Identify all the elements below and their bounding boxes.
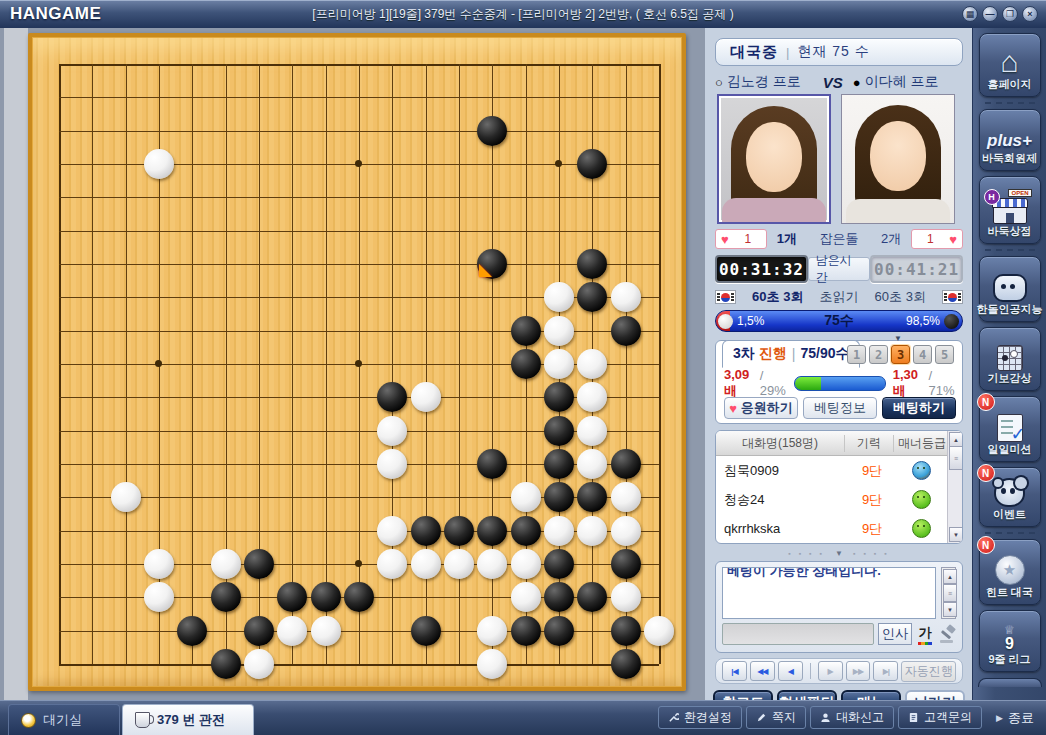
robot-icon [993,274,1027,302]
scroll-up-icon[interactable]: ▲ [949,432,963,447]
spectator-row[interactable]: 청송249단 [716,485,962,514]
white-stone [411,382,441,412]
black-stone [477,249,507,279]
grid-menu-icon[interactable]: ▦ [962,6,978,22]
winrate-bar: 1,5% 75수 98,5% [715,310,963,332]
board-grid [32,37,682,687]
lobby-tab[interactable]: 대기실 [8,704,120,735]
home-icon: ⌂ [1000,47,1018,77]
black-stone [544,616,574,646]
betting-buttons: ♥ 응원하기 베팅정보 베팅하기 [724,397,956,419]
black-stone [344,582,374,612]
black-stone [611,449,641,479]
playback-last-button[interactable]: ▶| [873,661,898,681]
white-stone [544,349,574,379]
chat-input[interactable] [722,623,874,645]
chat-box: 베팅이 가능한 상태입니다. ▲ ≡ ▼ 인사 가 [715,561,963,653]
vs-label: VS [823,74,843,91]
white-stone [577,416,607,446]
black-stone [411,516,441,546]
black-stone [611,616,641,646]
message-button[interactable]: 쪽지 [746,706,806,729]
star-point [555,160,562,167]
current-move-label: 현재 75 수 [797,43,869,61]
black-stone [577,149,607,179]
byoyomi-label: 초읽기 [820,288,859,306]
status-label: 대국중 [730,43,778,62]
wrench-icon [668,712,679,723]
spectator-rank: 9단 [848,462,896,480]
heart-icon: ♥ [729,402,737,415]
green-smiley-icon [912,490,931,509]
document-icon [908,712,919,723]
time-label: 남은시간 [808,257,870,281]
spectator-list: 대화명(158명) 기력 매너등급 침묵09099단청송249단qkrrhksk… [715,430,963,544]
report-chat-button[interactable]: 대화신고 [810,706,894,729]
chat-scrollbar[interactable]: ▲ ≡ ▼ [941,567,956,619]
black-stone [311,582,341,612]
list-scrollbar[interactable]: ▲ ≡ ▼ [947,431,962,543]
spectator-rows: 침묵09099단청송249단qkrrhkska9단49도 유탄방9단 [716,456,962,544]
black-stone [511,349,541,379]
black-player-photo [841,94,955,224]
black-stone [577,482,607,512]
black-stone [544,449,574,479]
white-stone [477,649,507,679]
rail-9x9-league-button[interactable]: ♕ 9 9줄 리그 [979,610,1041,672]
white-share-segment [795,377,821,390]
white-stone [577,382,607,412]
match-status-header: 대국중 | 현재 75 수 [715,38,963,66]
white-heart-counter[interactable]: ♥ 1 [715,229,767,249]
board-pane [0,28,705,700]
korea-flag-icon [942,290,963,304]
cheer-button[interactable]: ♥ 응원하기 [724,397,798,419]
league-9-icon: ♕ 9 [1004,624,1015,652]
greeting-button[interactable]: 인사 [878,623,912,645]
collapse-arrow-icon: ▼ [835,549,843,558]
rail-membership-button[interactable]: plus+ 바둑회원제 [979,109,1041,171]
panel-collapse-handle[interactable]: ▪ ▪ ▪ ▪ ▼ ▪ ▪ ▪ ▪ [739,548,939,559]
playback-controls: |◀◀◀◀▶▶▶▶|자동진행 [715,658,963,684]
byoyomi-row: 60초 3회 초읽기 60초 3회 [715,288,963,306]
rail-daily-mission-button[interactable]: N ✓ 일일미션 [979,396,1041,462]
captures-row: ♥ 1 1개 잡은돌 2개 1 ♥ [715,228,963,250]
go-record-icon [997,345,1023,371]
blue-smiley-icon [912,461,931,480]
round-button-5[interactable]: 5 [935,345,954,364]
black-stone-icon: ● [853,75,861,90]
spectator-row[interactable]: 침묵09099단 [716,456,962,485]
white-clock: 00:31:32 [715,255,808,283]
white-stone-icon: ○ [715,75,723,90]
title-bar: HANGAME [프리미어방 1][19줄] 379번 수순중계 - [프리미어… [0,0,1046,28]
black-stone [211,649,241,679]
black-stone [611,649,641,679]
col-username[interactable]: 대화명(158명) [716,435,845,452]
white-stone [211,549,241,579]
heart-icon: ♥ [949,233,957,246]
white-stone [544,516,574,546]
white-stone [577,516,607,546]
scroll-thumb[interactable]: ≡ [943,584,957,602]
black-stone [611,316,641,346]
crystal-ball-icon: ★ [995,555,1025,585]
black-odds: 1,30배 [893,367,925,400]
white-odds: 3,09배 [724,367,756,400]
round-buttons: 12345 [847,345,954,364]
black-stone [544,416,574,446]
round-button-4[interactable]: 4 [913,345,932,364]
white-player-name: 김노경 프로 [727,73,801,91]
white-stone [511,482,541,512]
black-stone [544,582,574,612]
new-badge: N [977,464,995,482]
black-byoyomi: 60초 3회 [875,288,926,306]
round-button-3[interactable]: 3 [891,345,910,364]
player-names-row: ○ 김노경 프로 VS ● 이다혜 프로 [715,72,963,92]
white-stone [111,482,141,512]
rail-event-button[interactable]: N 이벤트 [979,467,1041,527]
betting-box: 3차 진행 | 75/90수 ▼ 12345 3,09배 / 29% 1,30배… [715,340,963,424]
white-stone [144,549,174,579]
h-badge: H [984,189,1000,205]
white-stone [277,616,307,646]
betting-info-button[interactable]: 베팅정보 [803,397,877,419]
white-stone [477,549,507,579]
white-stone [611,582,641,612]
black-stone [577,582,607,612]
white-heart-count: 1 [735,232,761,246]
minimize-icon[interactable]: — [982,6,998,22]
round-progress: 75/90수 [800,345,849,363]
white-stone [144,582,174,612]
white-stone [611,282,641,312]
close-icon[interactable]: × [1022,6,1038,22]
white-stone [311,616,341,646]
playback-fast-back-button[interactable]: ◀◀ [750,661,775,681]
black-stone [577,249,607,279]
collapse-arrow-icon[interactable]: ▼ [894,334,902,343]
white-stone [511,549,541,579]
round-status: 진행 [759,345,787,363]
col-rank[interactable]: 기력 [845,435,894,452]
black-stone [511,616,541,646]
rail-homepage-button[interactable]: ⌂ 홈페이지 [979,33,1041,97]
white-share: 29% [760,383,786,398]
black-stone [577,282,607,312]
chat-message: 베팅이 가능한 상태입니다. [727,567,935,580]
customer-support-button[interactable]: 고객문의 [898,706,982,729]
white-stone [544,282,574,312]
star-point [355,560,362,567]
chat-input-row: 인사 가 [722,622,958,646]
auto-play-button[interactable]: 자동진행 [901,661,956,682]
scroll-thumb[interactable]: ≡ [949,446,963,470]
green-smiley-icon [912,519,931,538]
rail-shop-button[interactable]: OPEN H 바둑상점 [979,176,1041,244]
odds-row: 3,09배 / 29% 1,30배 / 71% [724,373,956,393]
arrow-right-icon: ▶ [996,713,1003,723]
black-captured-count: 2개 [881,230,901,248]
new-badge: N [977,393,995,411]
game-info-panel: 대국중 | 현재 75 수 ○ 김노경 프로 VS ● 이다혜 프로 [705,28,972,700]
place-bet-button[interactable]: 베팅하기 [882,397,956,419]
exit-button[interactable]: ▶ 종료 [996,709,1034,727]
korea-flag-icon [715,290,736,304]
white-stone [511,582,541,612]
black-stone [211,582,241,612]
white-winrate: 1,5% [737,314,764,328]
black-heart-count: 1 [917,232,943,246]
white-stone [411,549,441,579]
white-stone [611,516,641,546]
spectator-rank: 9단 [848,520,896,538]
pencil-icon [756,712,767,723]
white-byoyomi: 60초 3회 [752,288,803,306]
black-stone [477,516,507,546]
service-rail: ⌂ 홈페이지 plus+ 바둑회원제 OPEN H 바둑상점 한돌인공지능 [972,28,1046,700]
star-point [155,360,162,367]
black-stone [477,449,507,479]
clocks-row: 00:31:32 남은시간 00:41:21 [715,254,963,284]
star-point [355,360,362,367]
plus-logo: plus+ [987,131,1032,151]
spectator-name: 침묵0909 [716,462,848,480]
shop-icon: OPEN H [993,198,1027,224]
spectator-row[interactable]: 49도 유탄방9단 [716,543,962,544]
black-stone [444,516,474,546]
scroll-down-icon[interactable]: ▼ [949,527,963,542]
black-stone [244,616,274,646]
new-badge: N [977,536,995,554]
main-content: 대국중 | 현재 75 수 ○ 김노경 프로 VS ● 이다혜 프로 [0,28,1046,700]
white-stone [144,149,174,179]
white-stone [577,449,607,479]
task-bar: 대기실 379 번 관전 환경설정 쪽지 대화신고 고객문의 [0,700,1046,735]
rail-game-records-button[interactable]: 기보감상 [979,327,1041,391]
black-clock: 00:41:21 [870,255,963,283]
playback-back-button[interactable]: ◀ [778,661,803,681]
white-stone [377,516,407,546]
black-heart-counter[interactable]: 1 ♥ [911,229,963,249]
black-stone [477,116,507,146]
heart-icon: ♥ [721,233,729,246]
checklist-icon: ✓ [997,414,1023,442]
black-stone [377,382,407,412]
playback-fast-forward-button[interactable]: ▶▶ [846,661,871,681]
spectator-name: 청송24 [716,491,848,509]
captures-label: 잡은돌 [820,230,859,248]
person-icon [820,712,831,723]
spectator-row[interactable]: qkrrhkska9단 [716,514,962,543]
white-stone [577,349,607,379]
tiger-mascot-icon [994,478,1025,507]
black-stone [611,549,641,579]
restore-icon[interactable]: ❐ [1002,6,1018,22]
white-stone [544,316,574,346]
chat-messages[interactable]: 베팅이 가능한 상태입니다. [722,567,936,619]
rail-hint-game-button[interactable]: N ★ 힌트 대국 [979,539,1041,605]
taskbar-buttons: 환경설정 쪽지 대화신고 고객문의 ▶ 종료 [658,706,1034,729]
black-stone [544,549,574,579]
black-stone [544,482,574,512]
left-margin [4,28,28,700]
betting-round-tab[interactable]: 3차 진행 | 75/90수 [722,340,860,368]
window-title: [프리미어방 1][19줄] 379번 수순중계 - [프리미어방 2] 2번방… [0,6,1046,23]
hangame-baduk-client: HANGAME [프리미어방 1][19줄] 379번 수순중계 - [프리미어… [0,0,1046,735]
black-stone [177,616,207,646]
settings-button[interactable]: 환경설정 [658,706,742,729]
star-point [355,160,362,167]
go-board[interactable] [28,33,686,691]
cup-icon [135,712,150,728]
black-stone [511,516,541,546]
col-manner[interactable]: 매너등급 [894,435,950,452]
white-stone [377,549,407,579]
alarm-clock-icon [21,713,36,728]
black-stone [511,316,541,346]
black-stone [544,382,574,412]
report-gavel-icon[interactable] [938,624,958,644]
white-player-photo [717,94,831,224]
rail-ai-button[interactable]: 한돌인공지능 [979,256,1041,322]
font-color-button[interactable]: 가 [916,623,934,645]
black-stone [277,582,307,612]
white-captured-count: 1개 [777,230,797,248]
white-stone [377,449,407,479]
white-stone-icon [718,314,733,329]
white-stone [444,549,474,579]
scroll-down-icon[interactable]: ▼ [943,602,957,617]
white-stone [244,649,274,679]
round-button-2[interactable]: 2 [869,345,888,364]
spectator-name: qkrrhkska [716,521,848,536]
watch-tab[interactable]: 379 번 관전 [122,704,254,735]
spectator-rank: 9단 [848,491,896,509]
black-stone [244,549,274,579]
playback-first-button[interactable]: |◀ [722,661,747,681]
spectator-list-header: 대화명(158명) 기력 매너등급 [716,431,962,456]
round-number: 3차 [733,345,755,363]
playback-forward-button[interactable]: ▶ [818,661,843,681]
black-share: 71% [928,383,954,398]
black-stone [411,616,441,646]
rail-next-button-partial[interactable] [978,678,1042,687]
white-stone [611,482,641,512]
white-stone [644,616,674,646]
black-player-name: 이다혜 프로 [865,73,939,91]
scroll-up-icon[interactable]: ▲ [943,569,957,584]
open-sign: OPEN [1008,189,1031,197]
white-stone [477,616,507,646]
betting-share-bar [794,376,885,391]
round-button-1[interactable]: 1 [847,345,866,364]
last-move-marker [479,264,492,277]
white-stone [377,416,407,446]
